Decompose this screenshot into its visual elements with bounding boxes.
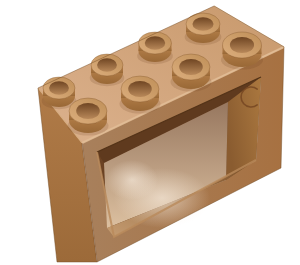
stud-hollow-center xyxy=(49,81,69,95)
product-photo-stage xyxy=(0,0,300,265)
stud-hollow-center xyxy=(145,36,165,50)
stud-hollow-center xyxy=(230,37,254,53)
interior-gloss-highlight-small xyxy=(106,160,158,200)
stud-hollow-center xyxy=(179,59,203,75)
stud-hollow-center xyxy=(76,103,100,119)
stud xyxy=(137,32,173,64)
stud xyxy=(119,76,160,114)
stud-hollow-center xyxy=(192,17,213,31)
stud xyxy=(170,54,211,92)
stud xyxy=(90,54,125,86)
brick-render xyxy=(0,0,300,265)
stud xyxy=(185,13,222,45)
stud xyxy=(221,32,263,70)
stud xyxy=(67,98,108,136)
stud-hollow-center xyxy=(128,81,152,97)
stud-hollow-center xyxy=(97,58,117,72)
